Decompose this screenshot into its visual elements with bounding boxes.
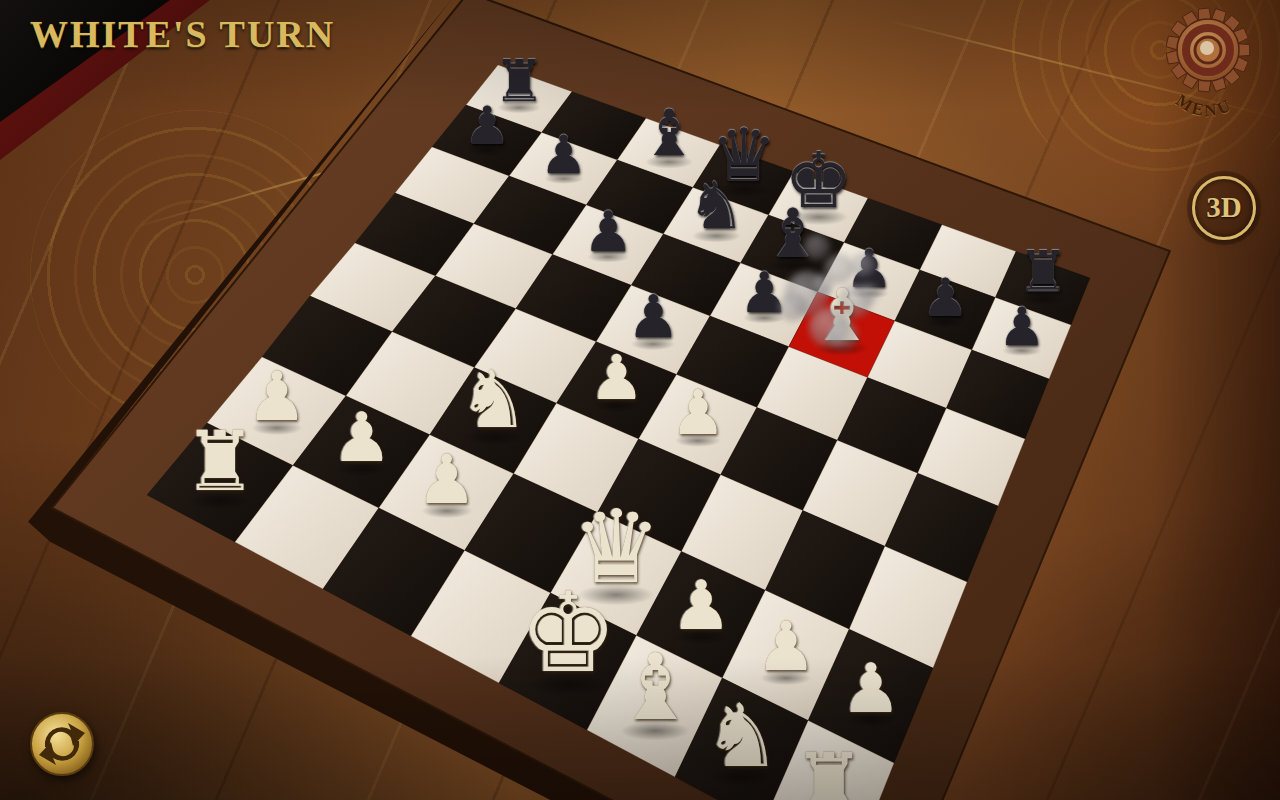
piece-black-pawn-c6[interactable]: ♟ (583, 204, 633, 260)
piece-black-pawn-g7[interactable]: ♟ (922, 272, 969, 325)
piece-white-rook-a1[interactable]: ♜ (183, 421, 257, 504)
piece-white-pawn-b2[interactable]: ♟ (331, 404, 392, 472)
piece-white-pawn-f2[interactable]: ♟ (671, 571, 732, 639)
piece-black-knight-d7[interactable]: ♞ (687, 174, 745, 239)
piece-white-bishop-f6[interactable]: ♝ (810, 279, 875, 351)
piece-black-pawn-a7[interactable]: ♟ (464, 100, 511, 153)
svg-text:MENU: MENU (1172, 90, 1236, 120)
piece-black-pawn-d5[interactable]: ♟ (627, 288, 680, 347)
menu-label: MENU (1172, 90, 1236, 120)
piece-black-pawn-b7[interactable]: ♟ (540, 129, 587, 182)
menu-button[interactable]: MENU (1156, 0, 1266, 150)
chess-board[interactable]: ♜♟♝♟♛♚♞♟♝♟♜♟♟♟♝♟♟♟♞♟♟♜♟♛♟♟♚♟♝♞♜ (0, 0, 1280, 800)
piece-black-bishop-c8[interactable]: ♝ (640, 101, 697, 165)
piece-white-knight-g1[interactable]: ♞ (703, 693, 781, 780)
piece-white-bishop-f1[interactable]: ♝ (614, 642, 696, 734)
piece-white-king-e1[interactable]: ♚ (519, 578, 618, 688)
piece-white-pawn-c2[interactable]: ♟ (416, 446, 477, 514)
turn-banner: WHITE'S TURN (30, 12, 335, 56)
piece-white-pawn-h2[interactable]: ♟ (840, 655, 901, 723)
gear-icon (1166, 8, 1250, 92)
piece-black-pawn-e6[interactable]: ♟ (739, 265, 789, 321)
piece-black-pawn-h7[interactable]: ♟ (998, 301, 1045, 354)
view-3d-label: 3D (1206, 191, 1241, 223)
piece-white-rook-h1[interactable]: ♜ (792, 744, 866, 800)
piece-black-bishop-e7[interactable]: ♝ (762, 200, 823, 268)
piece-black-rook-h8[interactable]: ♜ (1017, 244, 1069, 302)
piece-white-knight-c3[interactable]: ♞ (458, 361, 530, 441)
piece-white-pawn-e4[interactable]: ♟ (670, 382, 726, 444)
piece-white-pawn-d4[interactable]: ♟ (589, 347, 645, 409)
undo-button[interactable] (28, 710, 96, 778)
piece-white-pawn-g2[interactable]: ♟ (756, 613, 817, 681)
view-3d-button[interactable]: 3D (1192, 176, 1256, 240)
